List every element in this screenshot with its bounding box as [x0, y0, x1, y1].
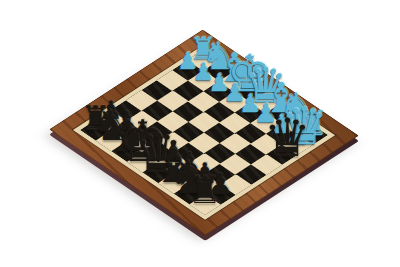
piece-black-rook: ♜ [188, 172, 222, 210]
chess-set-photo: ♜♞♝♚♛♝♞♜♟♟♟♟♟♟♟♟♟♟♟♟♟♟♟♟♜♞♝♚♛♝♞♜♛♛ [0, 0, 400, 267]
piece-black-queen-extra: ♛ [264, 112, 311, 165]
